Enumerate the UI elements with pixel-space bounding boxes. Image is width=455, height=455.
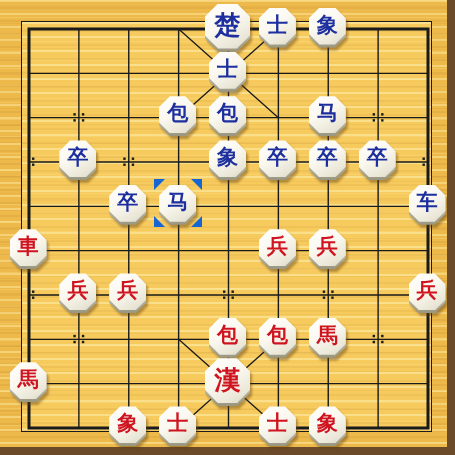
piece-glyph: 卒 bbox=[267, 147, 288, 168]
piece-tile-face: 士 bbox=[259, 406, 296, 443]
point-marker bbox=[232, 290, 234, 292]
piece-glyph: 包 bbox=[217, 325, 238, 346]
piece-blue-soldier[interactable]: 卒 bbox=[109, 185, 146, 222]
point-marker bbox=[82, 341, 84, 343]
piece-blue-soldier[interactable]: 卒 bbox=[59, 140, 96, 177]
piece-glyph: 象 bbox=[217, 147, 238, 168]
piece-glyph: 楚 bbox=[215, 12, 241, 38]
piece-tile-face: 象 bbox=[209, 140, 246, 177]
piece-tile-face: 漢 bbox=[205, 358, 250, 403]
piece-glyph: 象 bbox=[117, 413, 138, 434]
piece-tile-face: 兵 bbox=[109, 273, 146, 310]
point-marker bbox=[381, 119, 383, 121]
point-marker bbox=[32, 157, 34, 159]
piece-red-soldier[interactable]: 兵 bbox=[309, 229, 346, 266]
piece-glyph: 馬 bbox=[317, 325, 338, 346]
point-marker bbox=[373, 335, 375, 337]
piece-blue-cannon[interactable]: 包 bbox=[159, 96, 196, 133]
piece-blue-guard[interactable]: 士 bbox=[209, 52, 246, 89]
point-marker bbox=[331, 290, 333, 292]
piece-tile-face: 象 bbox=[309, 8, 346, 45]
point-marker bbox=[323, 296, 325, 298]
piece-red-guard[interactable]: 士 bbox=[259, 406, 296, 443]
piece-tile-face: 车 bbox=[409, 185, 446, 222]
piece-glyph: 車 bbox=[18, 236, 39, 257]
piece-red-soldier[interactable]: 兵 bbox=[109, 273, 146, 310]
piece-tile-face: 馬 bbox=[309, 318, 346, 355]
piece-tile-face: 兵 bbox=[409, 273, 446, 310]
point-marker bbox=[123, 163, 125, 165]
piece-tile-face: 包 bbox=[159, 96, 196, 133]
piece-red-guard[interactable]: 士 bbox=[159, 406, 196, 443]
point-marker bbox=[373, 341, 375, 343]
piece-glyph: 馬 bbox=[18, 369, 39, 390]
piece-red-horse[interactable]: 馬 bbox=[309, 318, 346, 355]
piece-red-soldier[interactable]: 兵 bbox=[259, 229, 296, 266]
piece-tile-face: 包 bbox=[259, 318, 296, 355]
piece-blue-guard[interactable]: 士 bbox=[259, 8, 296, 45]
point-marker bbox=[123, 157, 125, 159]
piece-glyph: 兵 bbox=[417, 280, 438, 301]
piece-glyph: 兵 bbox=[317, 236, 338, 257]
point-marker bbox=[381, 113, 383, 115]
piece-tile-face: 马 bbox=[159, 185, 196, 222]
piece-glyph: 兵 bbox=[267, 236, 288, 257]
piece-blue-soldier[interactable]: 卒 bbox=[359, 140, 396, 177]
point-marker bbox=[132, 157, 134, 159]
piece-blue-general[interactable]: 楚 bbox=[205, 4, 250, 49]
piece-tile-face: 士 bbox=[209, 52, 246, 89]
piece-glyph: 卒 bbox=[317, 147, 338, 168]
piece-tile-face: 包 bbox=[209, 96, 246, 133]
point-marker bbox=[32, 290, 34, 292]
piece-glyph: 包 bbox=[267, 325, 288, 346]
piece-glyph: 兵 bbox=[117, 280, 138, 301]
point-marker bbox=[323, 290, 325, 292]
point-marker bbox=[223, 290, 225, 292]
point-marker bbox=[373, 119, 375, 121]
piece-glyph: 卒 bbox=[367, 147, 388, 168]
piece-glyph: 卒 bbox=[117, 192, 138, 213]
piece-glyph: 士 bbox=[267, 15, 288, 36]
piece-blue-chariot[interactable]: 车 bbox=[409, 185, 446, 222]
piece-blue-elephant[interactable]: 象 bbox=[209, 140, 246, 177]
piece-glyph: 士 bbox=[167, 413, 188, 434]
point-marker bbox=[423, 157, 425, 159]
point-marker bbox=[32, 296, 34, 298]
piece-tile-face: 馬 bbox=[10, 362, 47, 399]
piece-glyph: 马 bbox=[317, 103, 338, 124]
piece-tile-face: 卒 bbox=[259, 140, 296, 177]
point-marker bbox=[232, 296, 234, 298]
piece-glyph: 马 bbox=[167, 192, 188, 213]
piece-tile-face: 卒 bbox=[59, 140, 96, 177]
point-marker bbox=[423, 163, 425, 165]
piece-blue-horse[interactable]: 马 bbox=[309, 96, 346, 133]
piece-tile-face: 卒 bbox=[309, 140, 346, 177]
piece-tile-face: 象 bbox=[309, 406, 346, 443]
piece-tile-face: 兵 bbox=[309, 229, 346, 266]
point-marker bbox=[373, 113, 375, 115]
piece-red-elephant[interactable]: 象 bbox=[309, 406, 346, 443]
piece-glyph: 兵 bbox=[67, 280, 88, 301]
piece-blue-cannon[interactable]: 包 bbox=[209, 96, 246, 133]
point-marker bbox=[381, 341, 383, 343]
point-marker bbox=[73, 113, 75, 115]
piece-blue-horse[interactable]: 马 bbox=[159, 185, 196, 222]
point-marker bbox=[132, 163, 134, 165]
piece-blue-soldier[interactable]: 卒 bbox=[259, 140, 296, 177]
piece-blue-soldier[interactable]: 卒 bbox=[309, 140, 346, 177]
piece-glyph: 士 bbox=[217, 59, 238, 80]
piece-glyph: 象 bbox=[317, 15, 338, 36]
piece-red-soldier[interactable]: 兵 bbox=[59, 273, 96, 310]
piece-glyph: 士 bbox=[267, 413, 288, 434]
piece-red-general[interactable]: 漢 bbox=[205, 358, 250, 403]
point-marker bbox=[82, 335, 84, 337]
point-marker bbox=[381, 335, 383, 337]
piece-red-horse[interactable]: 馬 bbox=[10, 362, 47, 399]
piece-red-cannon[interactable]: 包 bbox=[259, 318, 296, 355]
piece-glyph: 漢 bbox=[215, 367, 241, 393]
point-marker bbox=[82, 113, 84, 115]
piece-tile-face: 象 bbox=[109, 406, 146, 443]
piece-tile-face: 士 bbox=[259, 8, 296, 45]
point-marker bbox=[82, 119, 84, 121]
janggi-board[interactable]: 楚士象士包包马卒象卒卒卒卒马车車兵兵兵兵兵包包馬馬漢象士士象 bbox=[0, 0, 455, 455]
piece-tile-face: 士 bbox=[159, 406, 196, 443]
point-marker bbox=[73, 119, 75, 121]
piece-tile-face: 卒 bbox=[359, 140, 396, 177]
piece-tile-face: 兵 bbox=[59, 273, 96, 310]
piece-glyph: 车 bbox=[417, 192, 438, 213]
piece-tile-face: 車 bbox=[10, 229, 47, 266]
piece-glyph: 包 bbox=[167, 103, 188, 124]
point-marker bbox=[32, 163, 34, 165]
point-marker bbox=[223, 296, 225, 298]
point-marker bbox=[73, 341, 75, 343]
piece-blue-elephant[interactable]: 象 bbox=[309, 8, 346, 45]
piece-red-cannon[interactable]: 包 bbox=[209, 318, 246, 355]
piece-red-soldier[interactable]: 兵 bbox=[409, 273, 446, 310]
piece-glyph: 象 bbox=[317, 413, 338, 434]
point-marker bbox=[73, 335, 75, 337]
piece-red-chariot[interactable]: 車 bbox=[10, 229, 47, 266]
piece-tile-face: 马 bbox=[309, 96, 346, 133]
piece-glyph: 卒 bbox=[67, 147, 88, 168]
piece-glyph: 包 bbox=[217, 103, 238, 124]
piece-tile-face: 兵 bbox=[259, 229, 296, 266]
piece-red-elephant[interactable]: 象 bbox=[109, 406, 146, 443]
piece-tile-face: 卒 bbox=[109, 185, 146, 222]
point-marker bbox=[331, 296, 333, 298]
piece-tile-face: 楚 bbox=[205, 4, 250, 49]
piece-tile-face: 包 bbox=[209, 318, 246, 355]
